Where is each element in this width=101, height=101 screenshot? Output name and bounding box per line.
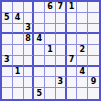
given-digit: 1 — [69, 3, 75, 11]
sudoku-cell-r7c7[interactable] — [67, 67, 78, 78]
sudoku-cell-r4c8[interactable] — [77, 34, 88, 45]
sudoku-cell-r6c6[interactable] — [56, 56, 67, 67]
sudoku-cell-r8c2[interactable] — [13, 77, 24, 88]
sudoku-cell-r6c7[interactable]: 7 — [67, 56, 78, 67]
sudoku-cell-r5c7[interactable] — [67, 45, 78, 56]
sudoku-cell-r9c6[interactable] — [56, 88, 67, 99]
given-digit: 7 — [57, 3, 63, 11]
sudoku-cell-r1c3[interactable] — [24, 2, 35, 13]
sudoku-cell-r6c3[interactable] — [24, 56, 35, 67]
sudoku-cell-r5c5[interactable]: 1 — [45, 45, 56, 56]
sudoku-cell-r2c4[interactable] — [34, 13, 45, 24]
sudoku-cell-r5c2[interactable] — [13, 45, 24, 56]
sudoku-cell-r3c2[interactable] — [13, 24, 24, 35]
sudoku-cell-r4c9[interactable] — [88, 34, 99, 45]
sudoku-cell-r5c1[interactable] — [2, 45, 13, 56]
given-digit: 3 — [57, 78, 63, 86]
sudoku-cell-r3c7[interactable] — [67, 24, 78, 35]
sudoku-cell-r6c2[interactable] — [13, 56, 24, 67]
sudoku-cell-r7c6[interactable] — [56, 67, 67, 78]
sudoku-cell-r7c5[interactable] — [45, 67, 56, 78]
sudoku-cell-r9c7[interactable] — [67, 88, 78, 99]
sudoku-cell-r4c3[interactable]: 8 — [24, 34, 35, 45]
given-digit: 5 — [4, 14, 10, 22]
sudoku-cell-r2c9[interactable] — [88, 13, 99, 24]
sudoku-cell-r1c4[interactable] — [34, 2, 45, 13]
sudoku-cell-r5c9[interactable] — [88, 45, 99, 56]
sudoku-cell-r7c4[interactable] — [34, 67, 45, 78]
given-digit: 4 — [15, 14, 21, 22]
sudoku-cell-r3c1[interactable] — [2, 24, 13, 35]
sudoku-cell-r9c1[interactable] — [2, 88, 13, 99]
sudoku-cell-r8c5[interactable] — [45, 77, 56, 88]
sudoku-cell-r1c1[interactable] — [2, 2, 13, 13]
sudoku-cell-r9c3[interactable] — [24, 88, 35, 99]
sudoku-cell-r4c2[interactable] — [13, 34, 24, 45]
sudoku-cell-r8c7[interactable] — [67, 77, 78, 88]
sudoku-cell-r3c5[interactable] — [45, 24, 56, 35]
sudoku-cell-r1c7[interactable]: 1 — [67, 2, 78, 13]
sudoku-cell-r5c6[interactable] — [56, 45, 67, 56]
sudoku-cell-r7c3[interactable] — [24, 67, 35, 78]
sudoku-cell-r4c5[interactable] — [45, 34, 56, 45]
given-digit: 5 — [36, 90, 42, 98]
sudoku-cell-r2c6[interactable] — [56, 13, 67, 24]
sudoku-cell-r2c1[interactable]: 5 — [2, 13, 13, 24]
given-digit: 9 — [91, 78, 97, 86]
sudoku-cell-r9c9[interactable] — [88, 88, 99, 99]
sudoku-cell-r2c5[interactable] — [45, 13, 56, 24]
sudoku-cell-r5c4[interactable] — [34, 45, 45, 56]
given-digit: 8 — [25, 35, 31, 43]
sudoku-cell-r8c8[interactable] — [77, 77, 88, 88]
sudoku-cell-r2c7[interactable] — [67, 13, 78, 24]
given-digit: 4 — [80, 68, 86, 76]
sudoku-cell-r9c5[interactable] — [45, 88, 56, 99]
sudoku-cell-r2c3[interactable] — [24, 13, 35, 24]
sudoku-cell-r6c9[interactable] — [88, 56, 99, 67]
sudoku-cell-r3c4[interactable] — [34, 24, 45, 35]
sudoku-cell-r3c9[interactable] — [88, 24, 99, 35]
sudoku-cell-r7c9[interactable] — [88, 67, 99, 78]
sudoku-cell-r8c4[interactable] — [34, 77, 45, 88]
sudoku-board: 67154384123714395 — [0, 0, 101, 101]
given-digit: 3 — [4, 56, 10, 64]
given-digit: 4 — [36, 35, 42, 43]
sudoku-cell-r8c6[interactable]: 3 — [56, 77, 67, 88]
sudoku-cell-r6c8[interactable] — [77, 56, 88, 67]
sudoku-cell-r1c8[interactable] — [77, 2, 88, 13]
sudoku-cell-r1c6[interactable]: 7 — [56, 2, 67, 13]
sudoku-cell-r2c2[interactable]: 4 — [13, 13, 24, 24]
sudoku-cell-r3c6[interactable] — [56, 24, 67, 35]
sudoku-cell-r5c3[interactable] — [24, 45, 35, 56]
sudoku-cell-r9c4[interactable]: 5 — [34, 88, 45, 99]
given-digit: 7 — [69, 56, 75, 64]
sudoku-cell-r4c6[interactable] — [56, 34, 67, 45]
sudoku-cell-r3c8[interactable] — [77, 24, 88, 35]
given-digit: 1 — [47, 46, 53, 54]
sudoku-cell-r9c8[interactable] — [77, 88, 88, 99]
sudoku-cell-r7c1[interactable] — [2, 67, 13, 78]
sudoku-cell-r1c2[interactable] — [13, 2, 24, 13]
sudoku-cell-r9c2[interactable] — [13, 88, 24, 99]
sudoku-cell-r7c2[interactable]: 1 — [13, 67, 24, 78]
sudoku-cell-r6c4[interactable] — [34, 56, 45, 67]
sudoku-cell-r4c4[interactable]: 4 — [34, 34, 45, 45]
sudoku-cell-r3c3[interactable]: 3 — [24, 24, 35, 35]
given-digit: 2 — [80, 46, 86, 54]
sudoku-cell-r8c9[interactable]: 9 — [88, 77, 99, 88]
sudoku-cell-r6c1[interactable]: 3 — [2, 56, 13, 67]
sudoku-cell-r1c9[interactable] — [88, 2, 99, 13]
sudoku-cell-r1c5[interactable]: 6 — [45, 2, 56, 13]
given-digit: 6 — [47, 3, 53, 11]
sudoku-cell-r5c8[interactable]: 2 — [77, 45, 88, 56]
sudoku-cell-r4c1[interactable] — [2, 34, 13, 45]
sudoku-cell-r8c1[interactable] — [2, 77, 13, 88]
sudoku-cell-r7c8[interactable]: 4 — [77, 67, 88, 78]
sudoku-cell-r4c7[interactable] — [67, 34, 78, 45]
given-digit: 3 — [25, 24, 31, 32]
sudoku-cell-r2c8[interactable] — [77, 13, 88, 24]
sudoku-cell-r8c3[interactable] — [24, 77, 35, 88]
given-digit: 1 — [15, 68, 21, 76]
sudoku-cell-r6c5[interactable] — [45, 56, 56, 67]
